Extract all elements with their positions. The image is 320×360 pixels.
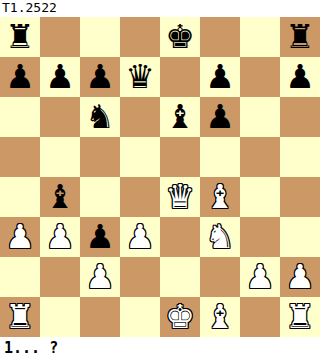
black-king-piece: ♚ [165,17,195,57]
square-g1[interactable] [240,297,280,337]
white-pawn-piece: ♟ [45,217,75,257]
square-a7[interactable]: ♟ [0,57,40,97]
square-e2[interactable] [160,257,200,297]
black-bishop-piece: ♝ [45,177,75,217]
square-g4[interactable] [240,177,280,217]
square-e7[interactable] [160,57,200,97]
square-e3[interactable] [160,217,200,257]
square-h4[interactable] [280,177,320,217]
white-queen-piece: ♛ [165,177,195,217]
square-b1[interactable] [40,297,80,337]
square-c6[interactable]: ♞ [80,97,120,137]
square-b6[interactable] [40,97,80,137]
square-h2[interactable]: ♟ [280,257,320,297]
square-a5[interactable] [0,137,40,177]
white-pawn-piece: ♟ [5,217,35,257]
square-g2[interactable]: ♟ [240,257,280,297]
square-h3[interactable] [280,217,320,257]
square-d5[interactable] [120,137,160,177]
square-d3[interactable]: ♟ [120,217,160,257]
square-c1[interactable] [80,297,120,337]
square-a4[interactable] [0,177,40,217]
black-pawn-piece: ♟ [5,57,35,97]
black-pawn-piece: ♟ [85,57,115,97]
square-b8[interactable] [40,17,80,57]
square-f8[interactable] [200,17,240,57]
square-h1[interactable]: ♜ [280,297,320,337]
square-g6[interactable] [240,97,280,137]
square-e6[interactable]: ♝ [160,97,200,137]
square-d8[interactable] [120,17,160,57]
square-h6[interactable] [280,97,320,137]
chess-board: ♜♚♜♟♟♟♛♟♟♞♝♟♝♛♝♟♟♟♟♞♟♟♟♜♚♝♜ [0,17,320,337]
black-knight-piece: ♞ [85,97,115,137]
black-pawn-piece: ♟ [45,57,75,97]
square-d7[interactable]: ♛ [120,57,160,97]
white-king-piece: ♚ [165,297,195,337]
square-c3[interactable]: ♟ [80,217,120,257]
square-f2[interactable] [200,257,240,297]
square-b2[interactable] [40,257,80,297]
white-knight-piece: ♞ [205,217,235,257]
black-pawn-piece: ♟ [205,97,235,137]
white-pawn-piece: ♟ [285,257,315,297]
square-e1[interactable]: ♚ [160,297,200,337]
black-rook-piece: ♜ [285,17,315,57]
square-h7[interactable]: ♟ [280,57,320,97]
white-bishop-piece: ♝ [205,177,235,217]
black-rook-piece: ♜ [5,17,35,57]
square-c7[interactable]: ♟ [80,57,120,97]
white-bishop-piece: ♝ [205,297,235,337]
square-c2[interactable]: ♟ [80,257,120,297]
square-f6[interactable]: ♟ [200,97,240,137]
square-e8[interactable]: ♚ [160,17,200,57]
square-c4[interactable] [80,177,120,217]
white-pawn-piece: ♟ [85,257,115,297]
black-pawn-piece: ♟ [285,57,315,97]
square-a3[interactable]: ♟ [0,217,40,257]
square-g8[interactable] [240,17,280,57]
square-a2[interactable] [0,257,40,297]
square-e4[interactable]: ♛ [160,177,200,217]
square-f5[interactable] [200,137,240,177]
square-a8[interactable]: ♜ [0,17,40,57]
square-h5[interactable] [280,137,320,177]
square-c5[interactable] [80,137,120,177]
square-h8[interactable]: ♜ [280,17,320,57]
square-b4[interactable]: ♝ [40,177,80,217]
square-d2[interactable] [120,257,160,297]
puzzle-title: T1.2522 [0,0,320,17]
square-b7[interactable]: ♟ [40,57,80,97]
square-b3[interactable]: ♟ [40,217,80,257]
black-pawn-piece: ♟ [85,217,115,257]
black-queen-piece: ♛ [125,57,155,97]
square-g3[interactable] [240,217,280,257]
white-pawn-piece: ♟ [125,217,155,257]
move-prompt: 1... ? [0,337,320,360]
square-g5[interactable] [240,137,280,177]
white-rook-piece: ♜ [5,297,35,337]
square-d1[interactable] [120,297,160,337]
square-f3[interactable]: ♞ [200,217,240,257]
square-b5[interactable] [40,137,80,177]
square-c8[interactable] [80,17,120,57]
black-pawn-piece: ♟ [205,57,235,97]
white-rook-piece: ♜ [285,297,315,337]
square-f1[interactable]: ♝ [200,297,240,337]
square-g7[interactable] [240,57,280,97]
square-e5[interactable] [160,137,200,177]
square-d6[interactable] [120,97,160,137]
square-f7[interactable]: ♟ [200,57,240,97]
square-a1[interactable]: ♜ [0,297,40,337]
white-pawn-piece: ♟ [245,257,275,297]
square-a6[interactable] [0,97,40,137]
square-f4[interactable]: ♝ [200,177,240,217]
black-bishop-piece: ♝ [165,97,195,137]
square-d4[interactable] [120,177,160,217]
